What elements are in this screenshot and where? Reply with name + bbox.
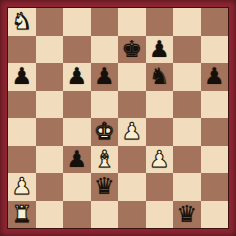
square-b6[interactable] xyxy=(36,63,64,91)
black-pawn-icon: ♟ xyxy=(149,38,170,61)
square-f5[interactable] xyxy=(146,91,174,119)
black-pawn-icon: ♟ xyxy=(204,65,225,88)
square-h8[interactable] xyxy=(201,8,229,36)
white-pawn-icon: ♟ xyxy=(121,120,142,143)
square-h4[interactable] xyxy=(201,118,229,146)
square-g4[interactable] xyxy=(173,118,201,146)
square-a2[interactable]: ♟ xyxy=(8,173,36,201)
white-knight-icon: ♞ xyxy=(11,10,32,33)
square-c7[interactable] xyxy=(63,36,91,64)
square-g2[interactable] xyxy=(173,173,201,201)
black-pawn-icon: ♟ xyxy=(66,65,87,88)
square-b3[interactable] xyxy=(36,146,64,174)
square-c8[interactable] xyxy=(63,8,91,36)
square-a6[interactable]: ♟ xyxy=(8,63,36,91)
square-e1[interactable] xyxy=(118,201,146,229)
white-pawn-icon: ♟ xyxy=(149,148,170,171)
square-h2[interactable] xyxy=(201,173,229,201)
square-h7[interactable] xyxy=(201,36,229,64)
square-f7[interactable]: ♟ xyxy=(146,36,174,64)
square-f8[interactable] xyxy=(146,8,174,36)
square-b1[interactable] xyxy=(36,201,64,229)
square-e8[interactable] xyxy=(118,8,146,36)
square-a4[interactable] xyxy=(8,118,36,146)
square-f2[interactable] xyxy=(146,173,174,201)
square-g7[interactable] xyxy=(173,36,201,64)
square-c5[interactable] xyxy=(63,91,91,119)
square-d6[interactable]: ♟ xyxy=(91,63,119,91)
black-knight-icon: ♞ xyxy=(149,65,170,88)
square-h1[interactable] xyxy=(201,201,229,229)
black-queen-icon: ♛ xyxy=(176,203,197,226)
square-f3[interactable]: ♟ xyxy=(146,146,174,174)
square-a3[interactable] xyxy=(8,146,36,174)
square-c3[interactable]: ♟ xyxy=(63,146,91,174)
square-h6[interactable]: ♟ xyxy=(201,63,229,91)
square-c6[interactable]: ♟ xyxy=(63,63,91,91)
square-c1[interactable] xyxy=(63,201,91,229)
square-d1[interactable] xyxy=(91,201,119,229)
square-f1[interactable] xyxy=(146,201,174,229)
square-b5[interactable] xyxy=(36,91,64,119)
square-g8[interactable] xyxy=(173,8,201,36)
black-king-icon: ♚ xyxy=(121,38,142,61)
black-pawn-icon: ♟ xyxy=(11,65,32,88)
chess-board: ♞♚♟♟♟♟♞♟♚♟♟♝♟♟♛♜♛ xyxy=(8,8,228,228)
square-a8[interactable]: ♞ xyxy=(8,8,36,36)
square-e6[interactable] xyxy=(118,63,146,91)
square-d8[interactable] xyxy=(91,8,119,36)
square-e3[interactable] xyxy=(118,146,146,174)
square-g1[interactable]: ♛ xyxy=(173,201,201,229)
square-g6[interactable] xyxy=(173,63,201,91)
square-f4[interactable] xyxy=(146,118,174,146)
square-d3[interactable]: ♝ xyxy=(91,146,119,174)
square-e2[interactable] xyxy=(118,173,146,201)
square-a5[interactable] xyxy=(8,91,36,119)
square-e5[interactable] xyxy=(118,91,146,119)
square-h3[interactable] xyxy=(201,146,229,174)
square-e7[interactable]: ♚ xyxy=(118,36,146,64)
square-c4[interactable] xyxy=(63,118,91,146)
white-bishop-icon: ♝ xyxy=(94,148,115,171)
square-b2[interactable] xyxy=(36,173,64,201)
square-a1[interactable]: ♜ xyxy=(8,201,36,229)
board-frame: ♞♚♟♟♟♟♞♟♚♟♟♝♟♟♛♜♛ xyxy=(0,0,236,236)
white-pawn-icon: ♟ xyxy=(11,175,32,198)
square-d5[interactable] xyxy=(91,91,119,119)
square-f6[interactable]: ♞ xyxy=(146,63,174,91)
square-e4[interactable]: ♟ xyxy=(118,118,146,146)
square-d7[interactable] xyxy=(91,36,119,64)
black-queen-icon: ♛ xyxy=(94,175,115,198)
white-king-icon: ♚ xyxy=(94,120,115,143)
black-pawn-icon: ♟ xyxy=(94,65,115,88)
square-g3[interactable] xyxy=(173,146,201,174)
white-rook-icon: ♜ xyxy=(11,203,32,226)
square-d4[interactable]: ♚ xyxy=(91,118,119,146)
square-b4[interactable] xyxy=(36,118,64,146)
square-h5[interactable] xyxy=(201,91,229,119)
square-c2[interactable] xyxy=(63,173,91,201)
square-d2[interactable]: ♛ xyxy=(91,173,119,201)
black-pawn-icon: ♟ xyxy=(66,148,87,171)
square-b7[interactable] xyxy=(36,36,64,64)
square-g5[interactable] xyxy=(173,91,201,119)
square-b8[interactable] xyxy=(36,8,64,36)
square-a7[interactable] xyxy=(8,36,36,64)
